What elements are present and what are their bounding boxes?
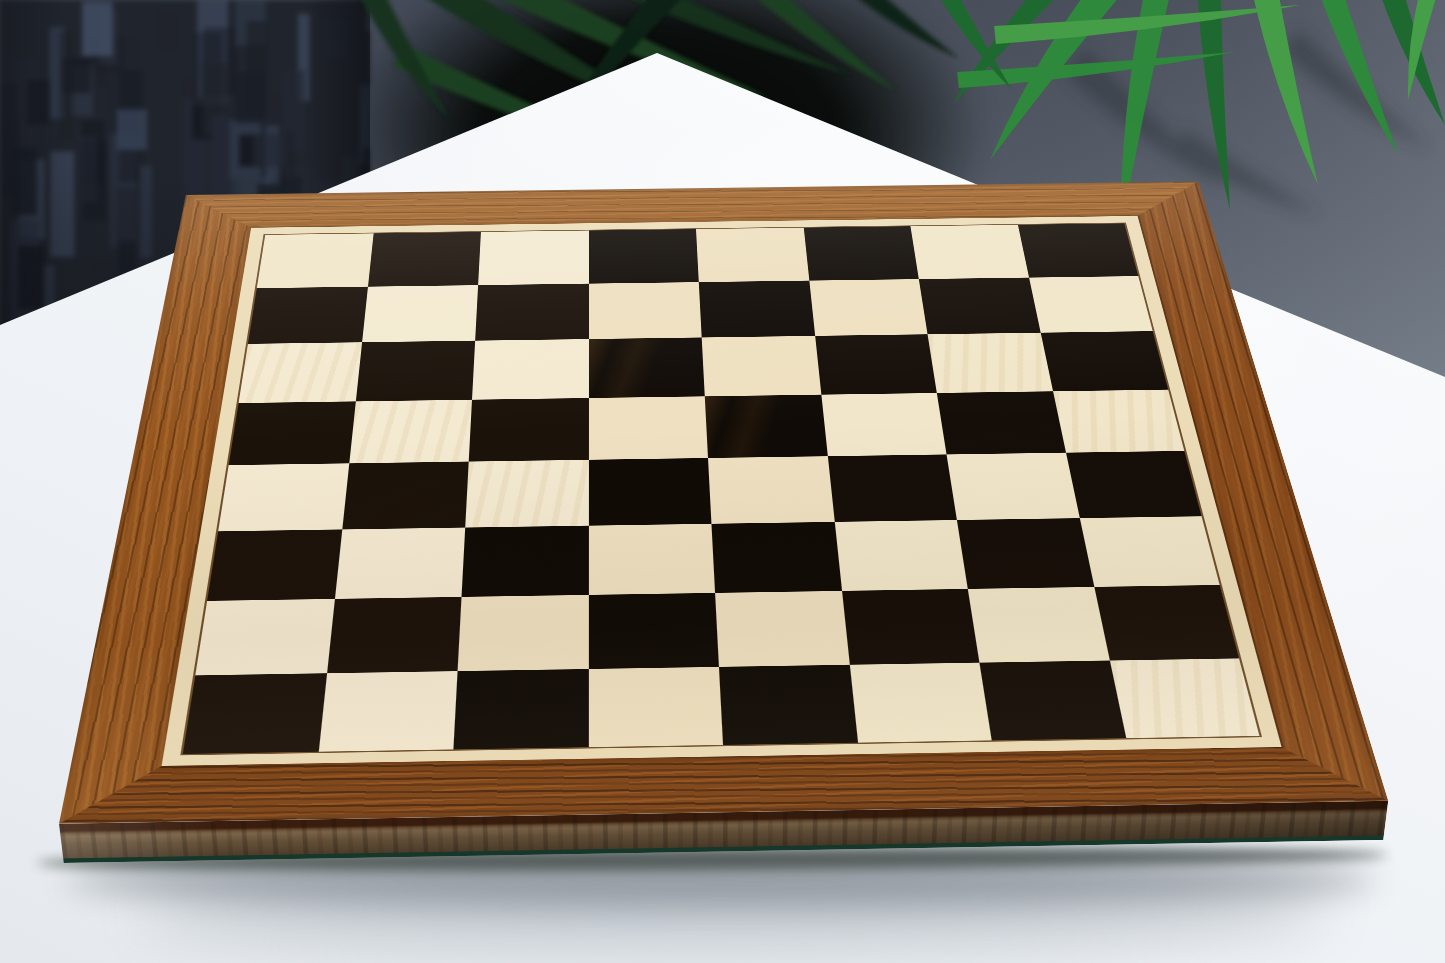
square-d4 [588,458,711,525]
square-a6 [239,342,362,403]
square-c8 [478,231,588,285]
square-f2 [842,589,980,665]
square-g6 [928,333,1053,393]
square-d6 [588,337,704,397]
square-h2 [1094,585,1239,660]
square-h7 [1029,276,1153,333]
square-e4 [708,456,834,523]
square-c1 [453,669,588,750]
square-e3 [711,522,841,593]
board-3d [59,182,1388,824]
square-b6 [355,341,475,401]
square-f7 [809,279,928,336]
square-h3 [1079,516,1219,587]
square-a2 [195,599,334,675]
square-a5 [229,401,356,465]
square-c3 [462,525,589,597]
square-c6 [472,339,588,399]
square-e7 [699,280,815,337]
square-c5 [469,398,589,462]
square-h6 [1040,331,1168,391]
square-d2 [588,593,719,669]
square-b3 [334,527,465,599]
square-d5 [588,396,708,460]
square-f8 [803,226,918,280]
square-f3 [834,520,968,591]
square-g5 [937,391,1066,454]
square-h4 [1066,451,1202,518]
square-a4 [218,463,349,531]
square-e2 [715,591,849,667]
square-e5 [705,394,828,458]
square-g4 [947,453,1080,520]
square-b7 [362,285,478,342]
square-c7 [475,283,588,340]
square-f1 [849,662,991,742]
square-f4 [827,454,956,521]
square-h5 [1053,389,1185,452]
board-maple-border [162,216,1282,766]
square-d7 [588,282,701,339]
square-f5 [821,393,947,456]
square-h8 [1017,223,1138,277]
square-b4 [342,462,469,530]
square-a7 [248,286,368,343]
square-a1 [183,673,327,754]
square-e8 [696,228,809,282]
square-a8 [257,233,373,288]
square-g3 [957,518,1094,589]
square-b8 [368,232,481,286]
square-g2 [968,587,1109,662]
square-c4 [465,460,588,527]
square-h1 [1109,658,1259,738]
square-d3 [588,523,715,594]
square-a3 [207,529,342,601]
square-d1 [588,667,723,748]
chess-board [133,0,1283,963]
square-c2 [458,595,589,671]
square-f6 [815,334,937,394]
board-squares-grid [180,223,1262,756]
square-e1 [719,664,858,744]
square-b2 [327,597,462,673]
square-g1 [979,660,1125,740]
board-top-face [59,182,1388,824]
square-g7 [919,277,1040,334]
square-g8 [910,225,1028,279]
photo-scene [0,0,1445,963]
square-d8 [589,229,699,283]
square-b5 [349,399,472,463]
square-e6 [702,336,821,396]
square-b1 [318,671,457,752]
